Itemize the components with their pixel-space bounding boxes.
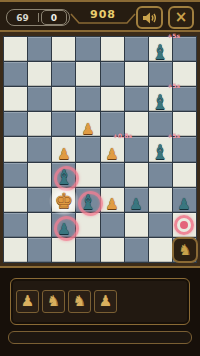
board-cell-r7c6[interactable] [149,213,172,237]
board-cell-r2c0[interactable] [4,87,27,111]
board-cell-r5c0[interactable] [4,163,27,187]
board-cell-r8c1[interactable] [28,238,51,262]
sound-button[interactable] [136,6,163,29]
board-cell-r6c1[interactable] [28,188,51,212]
close-icon: × [175,10,188,25]
board-cell-r7c4[interactable] [101,213,124,237]
board-cell-r2c4[interactable] [101,87,124,111]
board-cell-r5c7[interactable] [173,163,196,187]
piece-tray: ♟♞♞♟ [10,278,190,325]
board-cell-r0c2[interactable] [52,37,75,61]
board-cell-r3c1[interactable] [28,112,51,136]
knight-icon: ♞ [73,294,86,309]
move-counter: 69 0 [6,9,70,26]
board-cell-r7c7[interactable] [173,213,196,237]
counter-divider [38,13,39,22]
board-cell-r3c6[interactable] [149,112,172,136]
board-cell-r3c5[interactable] [125,112,148,136]
board-cell-r1c0[interactable] [4,62,27,86]
board-cell-r1c5[interactable] [125,62,148,86]
pawn-icon: ♟ [99,294,112,309]
board-cell-r2c2[interactable] [52,87,75,111]
pawn-icon: ♟ [21,294,34,309]
board-cell-r1c7[interactable] [173,62,196,86]
board-cell-r6c3[interactable] [76,188,99,212]
board-cell-r7c0[interactable] [4,213,27,237]
board-cell-r5c6[interactable] [149,163,172,187]
board-cell-r3c7[interactable] [173,112,196,136]
board-cell-r2c1[interactable] [28,87,51,111]
board-cell-r1c1[interactable] [28,62,51,86]
board-cell-r5c4[interactable] [101,163,124,187]
speaker-icon [142,11,158,25]
board-cell-r8c2[interactable] [52,238,75,262]
board-cell-r8c5[interactable] [125,238,148,262]
board-cell-r6c2[interactable] [52,188,75,212]
board-cell-r1c2[interactable] [52,62,75,86]
top-hud-bar: 69 0 908 × [0,0,200,30]
board-cell-r4c4[interactable] [101,137,124,161]
close-button[interactable]: × [168,6,194,29]
board-cell-r6c6[interactable] [149,188,172,212]
board-cell-r5c1[interactable] [28,163,51,187]
board-cell-r0c6[interactable] [149,37,172,61]
bottom-bar [8,331,192,344]
board-cell-r4c3[interactable] [76,137,99,161]
tray-slot-1-knight[interactable]: ♞ [42,290,65,313]
board-cell-r0c5[interactable] [125,37,148,61]
board-cell-r0c4[interactable] [101,37,124,61]
board-cell-r5c2[interactable] [52,163,75,187]
board-cell-r1c3[interactable] [76,62,99,86]
board-cell-r7c3[interactable] [76,213,99,237]
board-cell-r6c7[interactable] [173,188,196,212]
board-cell-r5c5[interactable] [125,163,148,187]
tray-slot-3-pawn[interactable]: ♟ [94,290,117,313]
board-cell-r3c4[interactable] [101,112,124,136]
board-cell-r4c0[interactable] [4,137,27,161]
hint-knight-button[interactable]: ♞ [172,237,198,263]
board-cell-r4c5[interactable] [125,137,148,161]
tray-slot-2-knight[interactable]: ♞ [68,290,91,313]
board-cell-r0c1[interactable] [28,37,51,61]
board-cell-r7c5[interactable] [125,213,148,237]
board-cell-r6c4[interactable] [101,188,124,212]
board-cell-r0c3[interactable] [76,37,99,61]
board-cell-r4c7[interactable] [173,137,196,161]
board-cell-r2c6[interactable] [149,87,172,111]
board-cell-r4c1[interactable] [28,137,51,161]
board-cell-r8c0[interactable] [4,238,27,262]
board-cell-r8c6[interactable] [149,238,172,262]
board-cell-r6c5[interactable] [125,188,148,212]
board-cell-r7c1[interactable] [28,213,51,237]
knight-icon: ♞ [47,294,60,309]
score-value: 908 [70,8,136,21]
board-cell-r3c0[interactable] [4,112,27,136]
board-cell-r1c4[interactable] [101,62,124,86]
board-cell-r8c4[interactable] [101,238,124,262]
board-cell-r2c7[interactable] [173,87,196,111]
board-cell-r0c0[interactable] [4,37,27,61]
board-cell-r6c0[interactable] [4,188,27,212]
board-cell-r3c3[interactable] [76,112,99,136]
board-cell-r3c2[interactable] [52,112,75,136]
board-cell-r8c3[interactable] [76,238,99,262]
knight-icon: ♞ [178,243,191,258]
score-banner: 908 [70,7,136,27]
board-cell-r5c3[interactable] [76,163,99,187]
board-cell-r2c5[interactable] [125,87,148,111]
board-cell-r4c6[interactable] [149,137,172,161]
counter-left-value: 69 [7,13,38,23]
board-cell-r0c7[interactable] [173,37,196,61]
counter-right-value: 0 [41,10,67,25]
tray-slot-0-pawn[interactable]: ♟ [16,290,39,313]
board-cell-r4c2[interactable] [52,137,75,161]
board-cell-r1c6[interactable] [149,62,172,86]
chess-board [3,36,197,263]
board-cell-r2c3[interactable] [76,87,99,111]
game-screen: 69 0 908 × ♝+5s♝+5s♟♟♟+0.8s♝+5s♝♚♝♟♟♟♟ [0,0,200,356]
board-frame: ♝+5s♝+5s♟♟♟+0.8s♝+5s♝♚♝♟♟♟♟ ♞ [0,30,200,268]
board-cell-r7c2[interactable] [52,213,75,237]
